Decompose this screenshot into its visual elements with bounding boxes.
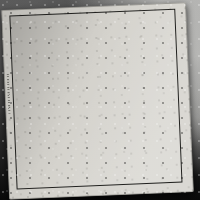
photo-background bbox=[0, 0, 200, 200]
chess-board bbox=[1, 2, 194, 200]
board-grid bbox=[9, 9, 182, 190]
maker-print bbox=[6, 74, 10, 114]
